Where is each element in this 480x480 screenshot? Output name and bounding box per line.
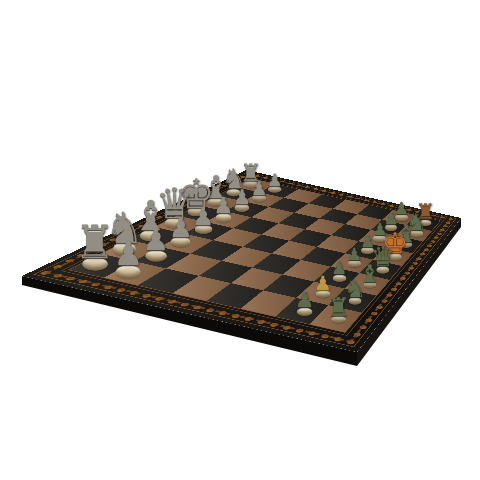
black-knight: ♞	[406, 211, 427, 236]
piece-base	[216, 214, 232, 223]
black-pawn: ♟	[314, 274, 332, 298]
white-pawn: ♟	[267, 172, 282, 193]
piece-glyph: ♜	[416, 202, 435, 223]
black-knight: ♞	[344, 278, 366, 305]
piece-base	[385, 224, 397, 230]
piece-base	[145, 250, 166, 261]
white-king: ♚	[178, 175, 214, 217]
black-rook: ♜	[416, 202, 435, 226]
piece-base	[420, 220, 432, 226]
piece-base	[333, 275, 346, 282]
white-pawn: ♟	[233, 187, 251, 211]
piece-glyph: ♜	[240, 161, 261, 184]
white-pawn: ♟	[192, 205, 214, 234]
white-bishop: ♝	[202, 172, 230, 206]
white-rook: ♜	[240, 161, 261, 187]
piece-base	[269, 186, 281, 193]
piece-glyph: ♟	[169, 215, 193, 241]
piece-base	[82, 257, 107, 271]
black-bishop: ♝	[359, 262, 381, 288]
piece-glyph: ♞	[222, 166, 247, 192]
piece-glyph: ♟	[192, 205, 214, 228]
piece-base	[188, 207, 205, 216]
piece-base	[171, 237, 190, 247]
piece-base	[349, 298, 362, 305]
piece-glyph: ♟	[214, 196, 234, 217]
piece-base	[195, 225, 212, 234]
piece-base	[400, 241, 412, 247]
piece-base	[377, 267, 389, 273]
black-pawn: ♟	[360, 234, 375, 254]
black-king: ♚	[382, 230, 408, 260]
piece-glyph: ♞	[406, 211, 427, 233]
piece-base	[117, 265, 140, 278]
piece-base	[252, 195, 265, 202]
white-knight: ♞	[105, 208, 144, 255]
piece-base	[208, 198, 223, 206]
piece-glyph: ♜	[327, 295, 350, 319]
piece-glyph: ♛	[371, 245, 395, 271]
piece-base	[227, 189, 241, 197]
piece-glyph: ♞	[344, 278, 366, 301]
piece-glyph: ♝	[395, 221, 417, 244]
black-rook: ♜	[327, 295, 350, 323]
white-knight: ♞	[222, 166, 247, 196]
piece-glyph: ♟	[143, 226, 170, 254]
piece-base	[364, 282, 376, 288]
black-pawn: ♟	[331, 260, 347, 281]
piece-base	[389, 253, 401, 259]
piece-glyph: ♝	[132, 196, 169, 236]
product-photo: ♜♞♝♛♚♝♞♜♟♟♟♟♟♟♟♟♟♟♟♟♟♟♟♟♜♞♝♛♚♝♞♜	[0, 0, 480, 480]
black-bishop: ♝	[395, 221, 417, 247]
piece-base	[140, 230, 160, 241]
piece-glyph: ♚	[178, 175, 214, 213]
piece-glyph: ♟	[360, 234, 375, 250]
black-pawn: ♟	[347, 247, 362, 267]
piece-glyph: ♚	[382, 230, 408, 257]
piece-glyph: ♝	[359, 262, 381, 285]
piece-glyph: ♟	[251, 179, 268, 197]
piece-glyph: ♟	[394, 201, 409, 217]
white-pawn: ♟	[143, 226, 170, 262]
white-bishop: ♝	[132, 196, 169, 241]
piece-base	[316, 290, 330, 298]
white-pawn: ♟	[113, 239, 143, 279]
piece-base	[244, 180, 257, 187]
piece-base	[297, 307, 313, 315]
piece-base	[348, 260, 360, 266]
black-pawn: ♟	[383, 211, 398, 231]
white-queen: ♛	[156, 184, 194, 228]
piece-glyph: ♟	[113, 239, 143, 271]
piece-glyph: ♞	[105, 208, 144, 249]
piece-base	[395, 214, 407, 220]
piece-base	[165, 218, 183, 228]
piece-base	[374, 235, 386, 241]
black-pawn: ♟	[394, 201, 409, 221]
white-pawn: ♟	[214, 196, 234, 223]
piece-base	[410, 230, 422, 236]
piece-glyph: ♟	[331, 260, 347, 277]
piece-base	[331, 315, 345, 323]
piece-glyph: ♟	[267, 172, 282, 188]
pieces-layer: ♜♞♝♛♚♝♞♜♟♟♟♟♟♟♟♟♟♟♟♟♟♟♟♟♜♞♝♛♚♝♞♜	[0, 0, 480, 480]
black-queen: ♛	[371, 245, 395, 274]
piece-glyph: ♛	[156, 184, 194, 224]
piece-glyph: ♜	[74, 220, 115, 263]
piece-base	[113, 243, 135, 255]
piece-glyph: ♟	[347, 247, 362, 263]
piece-glyph: ♟	[233, 187, 251, 206]
piece-base	[362, 247, 374, 253]
piece-glyph: ♟	[383, 211, 398, 227]
black-pawn: ♟	[295, 290, 315, 316]
piece-glyph: ♟	[314, 274, 332, 293]
piece-glyph: ♝	[202, 172, 230, 202]
black-pawn: ♟	[372, 222, 387, 242]
piece-glyph: ♟	[372, 222, 387, 238]
piece-glyph: ♟	[295, 290, 315, 311]
white-pawn: ♟	[251, 179, 268, 201]
white-pawn: ♟	[169, 215, 193, 247]
white-rook: ♜	[74, 220, 115, 270]
piece-base	[235, 204, 249, 212]
